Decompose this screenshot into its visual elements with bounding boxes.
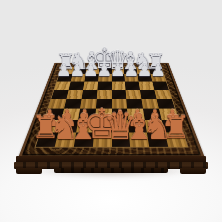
board-square (111, 67, 124, 74)
board-foot-left (16, 168, 42, 174)
board-square (97, 74, 111, 81)
board-square (57, 74, 72, 81)
board-square (81, 90, 97, 99)
board-square (159, 109, 179, 120)
board-square (127, 109, 145, 120)
board-square (111, 90, 126, 99)
board-square (128, 120, 147, 133)
board-square (148, 67, 163, 74)
board-square (63, 99, 80, 109)
board-square (94, 109, 111, 120)
board-square (125, 90, 141, 99)
board-square (84, 74, 98, 81)
board-square (156, 99, 174, 109)
board-square (141, 99, 158, 109)
board-grid (34, 67, 188, 148)
board-square (111, 99, 127, 109)
board-square (61, 109, 80, 120)
board-square (72, 67, 86, 74)
board-square (75, 120, 94, 133)
board-square (111, 81, 125, 89)
board-square (126, 99, 143, 109)
board-square (79, 99, 96, 109)
board-square (73, 133, 93, 147)
board-square (140, 90, 157, 99)
board-square (111, 133, 130, 147)
board-square (161, 120, 182, 133)
board-square (124, 74, 138, 81)
board-foot-right (180, 168, 206, 174)
board-square (58, 120, 78, 133)
board-square (137, 74, 152, 81)
board-square (154, 90, 171, 99)
board-square (85, 67, 99, 74)
board-square (92, 133, 111, 147)
board-square (164, 133, 186, 147)
board-square (152, 81, 168, 89)
board-square (54, 133, 75, 147)
board-square (95, 99, 111, 109)
board-square (123, 67, 137, 74)
board-square (138, 81, 154, 89)
board-square (98, 67, 111, 74)
board-square (111, 120, 129, 133)
chess-set-photo: ♜♞♝♚♛♝♞♜♟♟♟♟♟♟♟♟♟♟♟♟♟♟♟♟♜♞♝♚♛♝♞♜ (0, 0, 222, 222)
board-square (59, 67, 74, 74)
board-square (82, 81, 97, 89)
board-square (111, 74, 125, 81)
board-square (150, 74, 165, 81)
chess-board (18, 63, 205, 158)
board-square (93, 120, 111, 133)
board-square (68, 81, 84, 89)
board-square (96, 90, 111, 99)
board-base-center-support (54, 168, 168, 173)
board-square (66, 90, 83, 99)
board-square (125, 81, 140, 89)
board-square (111, 109, 128, 120)
board-square (70, 74, 85, 81)
board-square (54, 81, 70, 89)
board-square (97, 81, 111, 89)
board-square (77, 109, 95, 120)
board-square (136, 67, 150, 74)
board-square (129, 133, 149, 147)
